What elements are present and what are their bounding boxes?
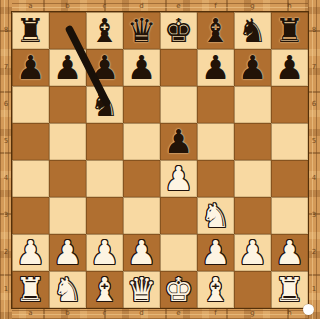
piece-white-pawn[interactable]: ♟	[164, 160, 194, 197]
square-h2[interactable]: ♟	[271, 234, 308, 271]
square-d8[interactable]: ♛	[123, 12, 160, 49]
piece-white-pawn[interactable]: ♟	[238, 234, 268, 271]
square-a8[interactable]: ♜	[12, 12, 49, 49]
square-c1[interactable]: ♝	[86, 271, 123, 308]
chess-board[interactable]: ♜♝♛♚♝♞♜♟♟♟♟♟♟♟♞♟♟♞♟♟♟♟♟♟♟♜♞♝♛♚♝♜	[12, 12, 308, 308]
piece-black-rook[interactable]: ♜	[16, 12, 46, 49]
square-e6[interactable]	[160, 86, 197, 123]
piece-black-queen[interactable]: ♛	[127, 12, 157, 49]
square-c8[interactable]: ♝	[86, 12, 123, 49]
square-b7[interactable]: ♟	[49, 49, 86, 86]
square-h6[interactable]	[271, 86, 308, 123]
square-c5[interactable]	[86, 123, 123, 160]
square-e3[interactable]	[160, 197, 197, 234]
piece-black-king[interactable]: ♚	[164, 12, 194, 49]
board-frame-left	[0, 0, 12, 319]
square-f4[interactable]	[197, 160, 234, 197]
square-f7[interactable]: ♟	[197, 49, 234, 86]
piece-black-pawn[interactable]: ♟	[127, 49, 157, 86]
piece-black-pawn[interactable]: ♟	[275, 49, 305, 86]
piece-white-queen[interactable]: ♛	[127, 271, 157, 308]
piece-white-bishop[interactable]: ♝	[201, 271, 231, 308]
square-c6[interactable]: ♞	[86, 86, 123, 123]
board-frame-top	[0, 0, 320, 12]
square-f3[interactable]: ♞	[197, 197, 234, 234]
piece-white-pawn[interactable]: ♟	[127, 234, 157, 271]
square-b8[interactable]	[49, 12, 86, 49]
piece-white-knight[interactable]: ♞	[201, 197, 231, 234]
square-h4[interactable]	[271, 160, 308, 197]
square-b3[interactable]	[49, 197, 86, 234]
square-e7[interactable]	[160, 49, 197, 86]
piece-white-pawn[interactable]: ♟	[53, 234, 83, 271]
piece-black-pawn[interactable]: ♟	[16, 49, 46, 86]
square-a4[interactable]	[12, 160, 49, 197]
piece-white-rook[interactable]: ♜	[16, 271, 46, 308]
square-f6[interactable]	[197, 86, 234, 123]
square-f2[interactable]: ♟	[197, 234, 234, 271]
square-g5[interactable]	[234, 123, 271, 160]
square-b1[interactable]: ♞	[49, 271, 86, 308]
square-g2[interactable]: ♟	[234, 234, 271, 271]
square-e1[interactable]: ♚	[160, 271, 197, 308]
piece-white-pawn[interactable]: ♟	[201, 234, 231, 271]
square-b5[interactable]	[49, 123, 86, 160]
piece-black-pawn[interactable]: ♟	[201, 49, 231, 86]
square-d2[interactable]: ♟	[123, 234, 160, 271]
piece-black-bishop[interactable]: ♝	[201, 12, 231, 49]
square-a7[interactable]: ♟	[12, 49, 49, 86]
square-f8[interactable]: ♝	[197, 12, 234, 49]
square-d5[interactable]	[123, 123, 160, 160]
square-a6[interactable]	[12, 86, 49, 123]
square-a1[interactable]: ♜	[12, 271, 49, 308]
piece-white-knight[interactable]: ♞	[53, 271, 83, 308]
piece-black-pawn[interactable]: ♟	[164, 123, 194, 160]
square-a2[interactable]: ♟	[12, 234, 49, 271]
square-f1[interactable]: ♝	[197, 271, 234, 308]
square-c2[interactable]: ♟	[86, 234, 123, 271]
square-g3[interactable]	[234, 197, 271, 234]
piece-white-pawn[interactable]: ♟	[275, 234, 305, 271]
square-d4[interactable]	[123, 160, 160, 197]
square-h3[interactable]	[271, 197, 308, 234]
piece-white-rook[interactable]: ♜	[275, 271, 305, 308]
square-a3[interactable]	[12, 197, 49, 234]
square-b2[interactable]: ♟	[49, 234, 86, 271]
square-d3[interactable]	[123, 197, 160, 234]
square-e5[interactable]: ♟	[160, 123, 197, 160]
square-e4[interactable]: ♟	[160, 160, 197, 197]
square-e8[interactable]: ♚	[160, 12, 197, 49]
square-d1[interactable]: ♛	[123, 271, 160, 308]
piece-black-pawn[interactable]: ♟	[90, 49, 120, 86]
square-d7[interactable]: ♟	[123, 49, 160, 86]
piece-white-pawn[interactable]: ♟	[90, 234, 120, 271]
square-a5[interactable]	[12, 123, 49, 160]
square-b6[interactable]	[49, 86, 86, 123]
square-c4[interactable]	[86, 160, 123, 197]
piece-black-knight[interactable]: ♞	[90, 86, 120, 123]
piece-black-bishop[interactable]: ♝	[90, 12, 120, 49]
chessboard-diagram: ♜♝♛♚♝♞♜♟♟♟♟♟♟♟♞♟♟♞♟♟♟♟♟♟♟♜♞♝♛♚♝♜ aabbccd…	[0, 0, 320, 319]
piece-white-pawn[interactable]: ♟	[16, 234, 46, 271]
square-f5[interactable]	[197, 123, 234, 160]
square-g8[interactable]: ♞	[234, 12, 271, 49]
square-c7[interactable]: ♟	[86, 49, 123, 86]
piece-black-knight[interactable]: ♞	[238, 12, 268, 49]
white-to-move-indicator	[303, 304, 314, 315]
board-frame-bottom	[0, 308, 320, 319]
square-g1[interactable]	[234, 271, 271, 308]
square-d6[interactable]	[123, 86, 160, 123]
piece-black-rook[interactable]: ♜	[275, 12, 305, 49]
square-h1[interactable]: ♜	[271, 271, 308, 308]
square-h7[interactable]: ♟	[271, 49, 308, 86]
board-frame-right	[308, 0, 320, 319]
square-g4[interactable]	[234, 160, 271, 197]
piece-white-bishop[interactable]: ♝	[90, 271, 120, 308]
square-g7[interactable]: ♟	[234, 49, 271, 86]
piece-black-pawn[interactable]: ♟	[53, 49, 83, 86]
square-e2[interactable]	[160, 234, 197, 271]
piece-white-king[interactable]: ♚	[164, 271, 194, 308]
square-g6[interactable]	[234, 86, 271, 123]
piece-black-pawn[interactable]: ♟	[238, 49, 268, 86]
square-h5[interactable]	[271, 123, 308, 160]
square-b4[interactable]	[49, 160, 86, 197]
square-h8[interactable]: ♜	[271, 12, 308, 49]
square-c3[interactable]	[86, 197, 123, 234]
